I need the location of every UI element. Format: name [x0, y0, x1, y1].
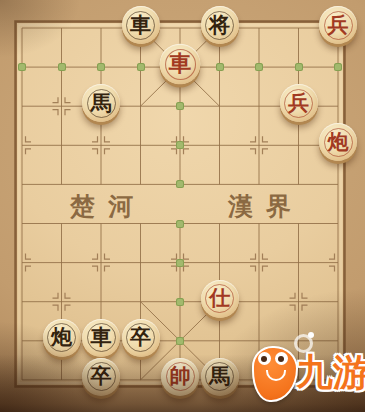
piece-character: 車	[169, 52, 191, 74]
jiuyou-watermark: 九游	[248, 334, 365, 412]
mascot-eye-icon	[275, 352, 288, 365]
piece-character: 車	[91, 326, 112, 347]
piece-character: 卒	[130, 326, 151, 347]
piece-character: 車	[130, 14, 151, 35]
piece-character: 馬	[91, 92, 112, 113]
sparkle-dot-icon	[308, 332, 314, 338]
piece-black-chariot[interactable]: 車	[122, 6, 160, 44]
piece-character: 兵	[328, 14, 349, 35]
piece-character: 兵	[288, 92, 309, 113]
mascot-mouth-icon	[266, 370, 286, 381]
piece-black-general[interactable]: 将	[201, 6, 239, 44]
piece-character: 卒	[91, 365, 112, 386]
piece-black-pawn[interactable]: 卒	[82, 358, 120, 396]
piece-black-horse[interactable]: 馬	[201, 358, 239, 396]
piece-red-pawn[interactable]: 兵	[280, 84, 318, 122]
jiuyou-mascot-icon	[252, 346, 298, 402]
piece-black-horse[interactable]: 馬	[82, 84, 120, 122]
piece-character: 炮	[51, 326, 72, 347]
piece-character: 将	[209, 14, 230, 35]
piece-red-general[interactable]: 帥	[161, 358, 199, 396]
piece-red-chariot[interactable]: 車	[160, 44, 201, 85]
piece-character: 仕	[209, 287, 230, 308]
watermark-text: 九游	[296, 348, 365, 398]
piece-character: 炮	[328, 131, 349, 152]
piece-black-chariot[interactable]: 車	[82, 319, 120, 357]
piece-red-cannon[interactable]: 炮	[319, 123, 357, 161]
piece-character: 帥	[170, 365, 191, 386]
piece-red-pawn[interactable]: 兵	[319, 6, 357, 44]
piece-character: 馬	[209, 365, 230, 386]
piece-black-cannon[interactable]: 炮	[43, 319, 81, 357]
piece-red-advisor[interactable]: 仕	[201, 280, 239, 318]
xiangqi-game-screen: 楚河 漢界 車将兵車馬兵炮仕炮車卒卒帥馬 九游	[0, 0, 365, 412]
piece-black-pawn[interactable]: 卒	[122, 319, 160, 357]
mascot-eye-icon	[258, 352, 271, 365]
